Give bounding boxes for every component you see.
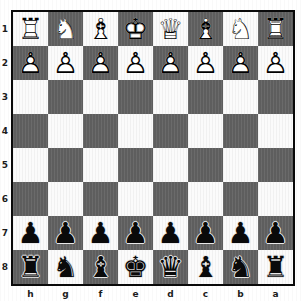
piece-glyph-outline: ♙ xyxy=(260,48,291,79)
piece-black-pawn[interactable]: ♟ xyxy=(15,218,46,249)
square-d2[interactable]: ♟♙ xyxy=(153,46,188,80)
piece-glyph-outline: ♗ xyxy=(190,14,221,45)
piece-black-knight[interactable]: ♞ xyxy=(225,252,256,283)
piece-glyph-outline: ♔ xyxy=(120,14,151,45)
square-g5[interactable] xyxy=(48,148,83,182)
piece-white-king[interactable]: ♚♔ xyxy=(120,14,151,45)
piece-white-rook[interactable]: ♜♖ xyxy=(15,14,46,45)
square-b2[interactable]: ♟♙ xyxy=(223,46,258,80)
piece-glyph-outline: ♙ xyxy=(155,48,186,79)
square-f3[interactable] xyxy=(83,80,118,114)
piece-glyph-outline: ♗ xyxy=(85,14,116,45)
square-d6[interactable] xyxy=(153,182,188,216)
square-c4[interactable] xyxy=(188,114,223,148)
square-a8[interactable]: ♜ xyxy=(258,250,293,284)
square-a5[interactable] xyxy=(258,148,293,182)
piece-white-knight[interactable]: ♞♘ xyxy=(50,14,81,45)
file-labels: h g f e d c b a xyxy=(13,287,293,300)
piece-black-bishop[interactable]: ♝ xyxy=(190,252,221,283)
piece-white-pawn[interactable]: ♟♙ xyxy=(155,48,186,79)
square-g8[interactable]: ♞ xyxy=(48,250,83,284)
chess-board[interactable]: ♜♖♞♘♝♗♚♔♛♕♝♗♞♘♜♖♟♙♟♙♟♙♟♙♟♙♟♙♟♙♟♙♟♟♟♟♟♟♟♟… xyxy=(11,10,295,286)
file-label-b: b xyxy=(223,287,258,300)
file-label-f: f xyxy=(83,287,118,300)
file-label-e: e xyxy=(118,287,153,300)
square-g1[interactable]: ♞♘ xyxy=(48,12,83,46)
square-b5[interactable] xyxy=(223,148,258,182)
file-label-c: c xyxy=(188,287,223,300)
piece-glyph: ♟ xyxy=(50,218,81,249)
file-label-d: d xyxy=(153,287,188,300)
file-label-a: a xyxy=(258,287,293,300)
piece-glyph: ♟ xyxy=(85,218,116,249)
rank-label-6: 6 xyxy=(0,182,10,216)
piece-glyph: ♟ xyxy=(155,218,186,249)
piece-glyph: ♜ xyxy=(260,252,291,283)
piece-glyph-outline: ♕ xyxy=(155,14,186,45)
piece-white-pawn[interactable]: ♟♙ xyxy=(225,48,256,79)
square-b4[interactable] xyxy=(223,114,258,148)
piece-white-pawn[interactable]: ♟♙ xyxy=(85,48,116,79)
square-h8[interactable]: ♜ xyxy=(13,250,48,284)
square-d1[interactable]: ♛♕ xyxy=(153,12,188,46)
square-c2[interactable]: ♟♙ xyxy=(188,46,223,80)
piece-glyph-outline: ♖ xyxy=(15,14,46,45)
square-a2[interactable]: ♟♙ xyxy=(258,46,293,80)
chess-diagram: 1 2 3 4 5 6 7 8 ♜♖♞♘♝♗♚♔♛♕♝♗♞♘♜♖♟♙♟♙♟♙♟♙… xyxy=(0,0,301,301)
piece-black-queen[interactable]: ♛ xyxy=(155,252,186,283)
piece-black-rook[interactable]: ♜ xyxy=(15,252,46,283)
piece-glyph-outline: ♘ xyxy=(225,14,256,45)
square-c1[interactable]: ♝♗ xyxy=(188,12,223,46)
piece-glyph-outline: ♙ xyxy=(225,48,256,79)
square-b8[interactable]: ♞ xyxy=(223,250,258,284)
rank-labels: 1 2 3 4 5 6 7 8 xyxy=(0,12,10,284)
square-g6[interactable] xyxy=(48,182,83,216)
square-e7[interactable]: ♟ xyxy=(118,216,153,250)
piece-black-knight[interactable]: ♞ xyxy=(50,252,81,283)
square-a3[interactable] xyxy=(258,80,293,114)
piece-glyph-outline: ♙ xyxy=(15,48,46,79)
square-a7[interactable]: ♟ xyxy=(258,216,293,250)
square-d4[interactable] xyxy=(153,114,188,148)
piece-glyph-outline: ♙ xyxy=(120,48,151,79)
square-b6[interactable] xyxy=(223,182,258,216)
file-label-h: h xyxy=(13,287,48,300)
square-g2[interactable]: ♟♙ xyxy=(48,46,83,80)
piece-glyph: ♛ xyxy=(155,252,186,283)
square-f8[interactable]: ♝ xyxy=(83,250,118,284)
square-a4[interactable] xyxy=(258,114,293,148)
square-e2[interactable]: ♟♙ xyxy=(118,46,153,80)
square-e3[interactable] xyxy=(118,80,153,114)
piece-white-pawn[interactable]: ♟♙ xyxy=(120,48,151,79)
square-d3[interactable] xyxy=(153,80,188,114)
piece-white-queen[interactable]: ♛♕ xyxy=(155,14,186,45)
piece-glyph: ♞ xyxy=(50,252,81,283)
square-b7[interactable]: ♟ xyxy=(223,216,258,250)
piece-glyph: ♟ xyxy=(15,218,46,249)
piece-black-rook[interactable]: ♜ xyxy=(260,252,291,283)
piece-black-pawn[interactable]: ♟ xyxy=(50,218,81,249)
square-b1[interactable]: ♞♘ xyxy=(223,12,258,46)
piece-glyph: ♟ xyxy=(225,218,256,249)
rank-label-4: 4 xyxy=(0,114,10,148)
rank-label-8: 8 xyxy=(0,250,10,284)
square-f2[interactable]: ♟♙ xyxy=(83,46,118,80)
piece-glyph-outline: ♙ xyxy=(50,48,81,79)
piece-black-bishop[interactable]: ♝ xyxy=(85,252,116,283)
piece-glyph-outline: ♘ xyxy=(50,14,81,45)
square-f6[interactable] xyxy=(83,182,118,216)
piece-white-bishop[interactable]: ♝♗ xyxy=(190,14,221,45)
piece-glyph: ♝ xyxy=(190,252,221,283)
square-f7[interactable]: ♟ xyxy=(83,216,118,250)
piece-black-pawn[interactable]: ♟ xyxy=(225,218,256,249)
rank-label-3: 3 xyxy=(0,80,10,114)
piece-glyph: ♟ xyxy=(260,218,291,249)
piece-white-rook[interactable]: ♜♖ xyxy=(260,14,291,45)
square-c6[interactable] xyxy=(188,182,223,216)
rank-label-1: 1 xyxy=(0,12,10,46)
piece-black-pawn[interactable]: ♟ xyxy=(85,218,116,249)
piece-white-pawn[interactable]: ♟♙ xyxy=(15,48,46,79)
piece-glyph: ♟ xyxy=(190,218,221,249)
square-d5[interactable] xyxy=(153,148,188,182)
square-e8[interactable]: ♚ xyxy=(118,250,153,284)
square-c7[interactable]: ♟ xyxy=(188,216,223,250)
square-c5[interactable] xyxy=(188,148,223,182)
square-f4[interactable] xyxy=(83,114,118,148)
square-h3[interactable] xyxy=(13,80,48,114)
square-g7[interactable]: ♟ xyxy=(48,216,83,250)
piece-black-pawn[interactable]: ♟ xyxy=(190,218,221,249)
rank-label-2: 2 xyxy=(0,46,10,80)
square-d8[interactable]: ♛ xyxy=(153,250,188,284)
square-f1[interactable]: ♝♗ xyxy=(83,12,118,46)
square-b3[interactable] xyxy=(223,80,258,114)
piece-glyph: ♞ xyxy=(225,252,256,283)
piece-white-bishop[interactable]: ♝♗ xyxy=(85,14,116,45)
piece-white-pawn[interactable]: ♟♙ xyxy=(260,48,291,79)
piece-black-king[interactable]: ♚ xyxy=(120,252,151,283)
square-h7[interactable]: ♟ xyxy=(13,216,48,250)
square-a6[interactable] xyxy=(258,182,293,216)
piece-white-pawn[interactable]: ♟♙ xyxy=(190,48,221,79)
square-e1[interactable]: ♚♔ xyxy=(118,12,153,46)
piece-white-knight[interactable]: ♞♘ xyxy=(225,14,256,45)
piece-glyph: ♚ xyxy=(120,252,151,283)
piece-black-pawn[interactable]: ♟ xyxy=(260,218,291,249)
rank-label-7: 7 xyxy=(0,216,10,250)
piece-glyph: ♟ xyxy=(120,218,151,249)
file-label-g: g xyxy=(48,287,83,300)
rank-label-5: 5 xyxy=(0,148,10,182)
piece-glyph-outline: ♙ xyxy=(190,48,221,79)
square-e4[interactable] xyxy=(118,114,153,148)
square-h4[interactable] xyxy=(13,114,48,148)
square-c3[interactable] xyxy=(188,80,223,114)
piece-white-pawn[interactable]: ♟♙ xyxy=(50,48,81,79)
piece-black-pawn[interactable]: ♟ xyxy=(120,218,151,249)
square-a1[interactable]: ♜♖ xyxy=(258,12,293,46)
square-e6[interactable] xyxy=(118,182,153,216)
piece-black-pawn[interactable]: ♟ xyxy=(155,218,186,249)
square-h6[interactable] xyxy=(13,182,48,216)
square-h1[interactable]: ♜♖ xyxy=(13,12,48,46)
square-g3[interactable] xyxy=(48,80,83,114)
square-f5[interactable] xyxy=(83,148,118,182)
square-d7[interactable]: ♟ xyxy=(153,216,188,250)
piece-glyph-outline: ♙ xyxy=(85,48,116,79)
piece-glyph: ♝ xyxy=(85,252,116,283)
piece-glyph-outline: ♖ xyxy=(260,14,291,45)
piece-glyph: ♜ xyxy=(15,252,46,283)
square-g4[interactable] xyxy=(48,114,83,148)
square-h2[interactable]: ♟♙ xyxy=(13,46,48,80)
square-c8[interactable]: ♝ xyxy=(188,250,223,284)
square-e5[interactable] xyxy=(118,148,153,182)
square-h5[interactable] xyxy=(13,148,48,182)
